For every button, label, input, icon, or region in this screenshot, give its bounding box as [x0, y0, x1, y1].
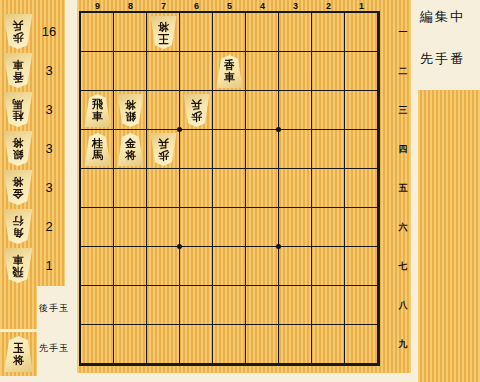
tray-count-6: 2 [33, 219, 65, 234]
board-piece-84-sente[interactable]: 金将 [117, 133, 144, 166]
tray-row-7: 飛車1 [0, 246, 65, 285]
tray-piece-5[interactable]: 金将 [3, 170, 33, 205]
piece-kanji: 将 [125, 150, 136, 161]
gote-king-label: 後手玉 [39, 302, 69, 315]
board-piece-52-sente[interactable]: 香車 [216, 55, 243, 88]
tray-piece-2[interactable]: 香車 [3, 53, 33, 88]
rank-label-9: 九 [395, 325, 411, 364]
piece-kanji: 車 [224, 72, 235, 83]
piece-kanji: 将 [13, 355, 24, 366]
piece-kanji: 馬 [92, 150, 103, 161]
rank-label-1: 一 [395, 13, 411, 52]
rank-label-8: 八 [395, 286, 411, 325]
rank-label-4: 四 [395, 130, 411, 169]
board-panel: 987654321 一二三四五六七八九 王将香車飛車銀将歩兵桂馬金将歩兵 [77, 0, 411, 373]
tray-count-4: 3 [33, 141, 65, 156]
piece-kanji: 兵 [158, 138, 169, 149]
tray-piece-3[interactable]: 桂馬 [3, 92, 33, 127]
tray-row-5: 金将3 [0, 168, 65, 207]
gote-king-slot[interactable] [0, 285, 37, 329]
piece-kanji: 車 [92, 111, 103, 122]
rank-label-3: 三 [395, 91, 411, 130]
piece-kanji: 馬 [13, 98, 24, 109]
piece-kanji: 王 [158, 33, 169, 44]
hoshi-dot [276, 127, 281, 132]
piece-kanji: 玉 [13, 343, 24, 354]
sente-king-label: 先手玉 [39, 342, 69, 355]
tray-row-1: 歩兵16 [0, 12, 65, 51]
piece-kanji: 兵 [13, 20, 24, 31]
board-piece-83-gote[interactable]: 銀将 [117, 94, 144, 127]
board-piece-71-gote[interactable]: 王将 [150, 16, 177, 49]
tray-count-7: 1 [33, 258, 65, 273]
piece-kanji: 桂 [92, 138, 103, 149]
board-piece-93-sente[interactable]: 飛車 [84, 94, 111, 127]
tray-count-2: 3 [33, 63, 65, 78]
piece-kanji: 香 [224, 60, 235, 71]
board-piece-94-sente[interactable]: 桂馬 [84, 133, 111, 166]
rank-label-7: 七 [395, 247, 411, 286]
piece-kanji: 歩 [191, 111, 202, 122]
piece-kanji: 飛 [13, 266, 24, 277]
piece-kanji: 飛 [92, 99, 103, 110]
piece-kanji: 歩 [13, 32, 24, 43]
piece-kanji: 将 [158, 21, 169, 32]
hoshi-dot [177, 127, 182, 132]
sente-hand-stand [418, 90, 480, 382]
tray-count-5: 3 [33, 180, 65, 195]
piece-kanji: 金 [125, 138, 136, 149]
tray-piece-7[interactable]: 飛車 [3, 248, 33, 283]
piece-kanji: 将 [13, 176, 24, 187]
piece-kanji: 金 [13, 188, 24, 199]
piece-kanji: 香 [13, 71, 24, 82]
piece-kanji: 将 [13, 137, 24, 148]
tray-piece-6[interactable]: 角行 [3, 209, 33, 244]
tray-row-3: 桂馬3 [0, 90, 65, 129]
hoshi-dot [177, 244, 182, 249]
piece-kanji: 角 [13, 227, 24, 238]
tray-piece-1[interactable]: 歩兵 [3, 14, 33, 49]
tray-row-4: 銀将3 [0, 129, 65, 168]
piece-kanji: 将 [125, 99, 136, 110]
piece-kanji: 歩 [158, 150, 169, 161]
board-piece-63-gote[interactable]: 歩兵 [183, 94, 210, 127]
piece-kanji: 銀 [13, 149, 24, 160]
piece-kanji: 車 [13, 254, 24, 265]
piece-kanji: 兵 [191, 99, 202, 110]
gote-hand-tray: 歩兵16香車3桂馬3銀将3金将3角行2飛車1 [0, 0, 65, 286]
tray-row-2: 香車3 [0, 51, 65, 90]
rank-label-5: 五 [395, 169, 411, 208]
shogi-board[interactable]: 王将香車飛車銀将歩兵桂馬金将歩兵 [79, 11, 380, 366]
piece-kanji: 行 [13, 215, 24, 226]
rank-label-6: 六 [395, 208, 411, 247]
piece-kanji: 桂 [13, 110, 24, 121]
shogi-position-editor: 歩兵16香車3桂馬3銀将3金将3角行2飛車1 玉将 後手玉 先手玉 987654… [0, 0, 480, 382]
piece-kanji: 銀 [125, 111, 136, 122]
sente-king-slot[interactable]: 玉将 [0, 332, 37, 376]
hoshi-dot [276, 244, 281, 249]
mode-label: 編集中 [420, 8, 465, 26]
tray-row-6: 角行2 [0, 207, 65, 246]
rank-label-2: 二 [395, 52, 411, 91]
tray-count-1: 16 [33, 24, 65, 39]
rank-labels: 一二三四五六七八九 [395, 13, 411, 364]
turn-label: 先手番 [420, 50, 465, 68]
piece-kanji: 車 [13, 59, 24, 70]
sente-king-piece[interactable]: 玉将 [4, 336, 34, 372]
tray-piece-4[interactable]: 銀将 [3, 131, 33, 166]
tray-count-3: 3 [33, 102, 65, 117]
board-piece-74-gote[interactable]: 歩兵 [150, 133, 177, 166]
